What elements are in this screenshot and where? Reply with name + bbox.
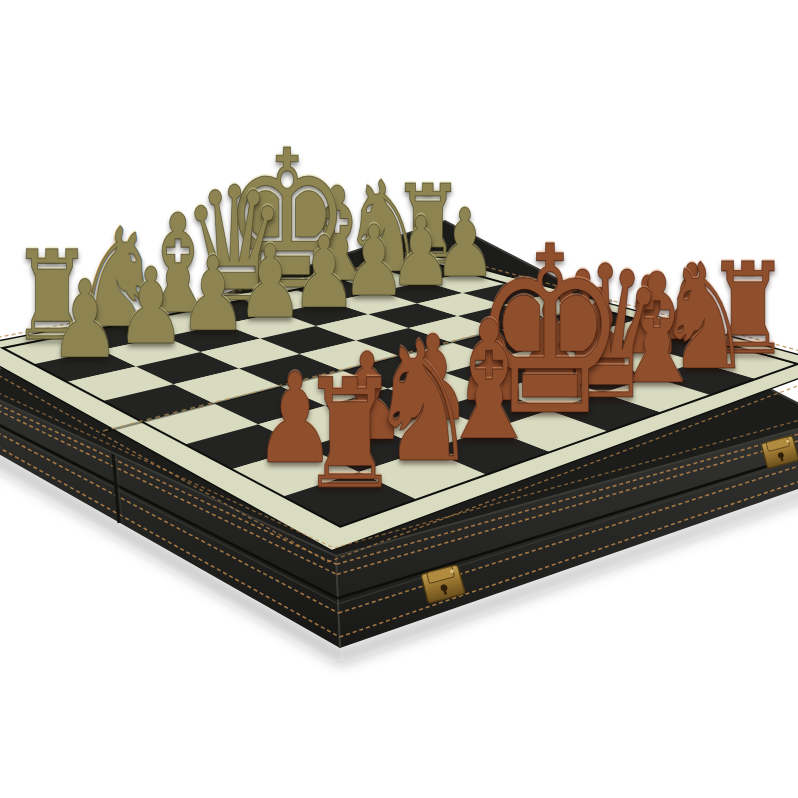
piece-copper-rook-a1[interactable]: ♜ [300,359,400,510]
piece-brass-pawn-b7[interactable]: ♟ [116,254,186,359]
piece-brass-pawn-a7[interactable]: ♟ [49,266,120,374]
product-photo-chess-set: ♜♞♝♛♚♝♞♜♟♟♟♟♟♟♟♟♟♟♟♟♟♟♟♟♜♞♝♚♛♝♞♜ Folding… [0,0,798,798]
piece-brass-pawn-c7[interactable]: ♟ [178,243,246,346]
